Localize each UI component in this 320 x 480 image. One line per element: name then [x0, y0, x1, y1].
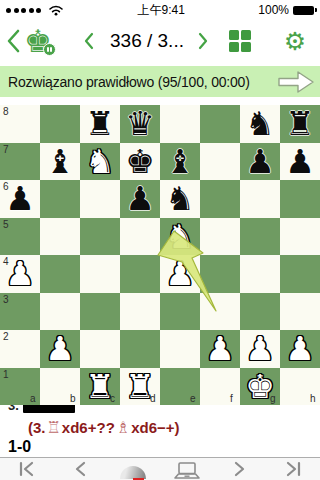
white-pawn-a4: ♟ — [5, 257, 35, 290]
square-f3[interactable] — [200, 293, 240, 331]
square-f6[interactable] — [200, 180, 240, 218]
white-pawn-e4: ♟ — [165, 257, 195, 290]
black-bishop-e7: ♝ — [165, 145, 195, 178]
square-g4[interactable] — [240, 255, 280, 293]
file-label-f: f — [230, 393, 233, 404]
square-d8[interactable]: ♛ — [120, 105, 160, 143]
square-b8[interactable] — [40, 105, 80, 143]
chevron-left-small-icon — [84, 32, 94, 50]
nav-bar: ♚ 336 / 3... ⚙ — [0, 20, 320, 62]
square-h8[interactable]: ♜ — [280, 105, 320, 143]
grid-icon — [229, 30, 252, 53]
square-e2[interactable] — [160, 330, 200, 368]
next-arrow-button[interactable] — [278, 70, 315, 94]
square-g8[interactable]: ♞ — [240, 105, 280, 143]
bishop-figurine-icon: ♗ — [115, 418, 131, 437]
signal-strength-icon — [6, 8, 41, 13]
board-area: ♜♛♞♜♝♞♚♝♟♟♟♟♞♞♟♟♟♟♟♟♜♜♚ 87654321abcdefgh — [0, 105, 320, 405]
square-e8[interactable] — [160, 105, 200, 143]
chess-king-logo-icon: ♚ — [24, 21, 52, 61]
rank-label-8: 8 — [3, 106, 9, 117]
white-knight-e5: ♞ — [165, 220, 195, 253]
clock: 上午9:41 — [137, 2, 184, 19]
square-d6[interactable]: ♟ — [120, 180, 160, 218]
game-result: 1-0 — [0, 438, 320, 457]
square-c2[interactable] — [80, 330, 120, 368]
square-c8[interactable]: ♜ — [80, 105, 120, 143]
bottom-toolbar — [0, 457, 320, 480]
move-number: 3. — [8, 405, 19, 413]
white-pawn-g2: ♟ — [245, 332, 275, 365]
back-button[interactable] — [4, 20, 22, 62]
square-f2[interactable]: ♟ — [200, 330, 240, 368]
square-g7[interactable]: ♟ — [240, 143, 280, 181]
rank-label-7: 7 — [3, 144, 9, 155]
square-g5[interactable] — [240, 218, 280, 256]
square-e5[interactable]: ♞ — [160, 218, 200, 256]
rank-label-3: 3 — [3, 294, 9, 305]
prev-puzzle-button[interactable] — [82, 20, 96, 62]
step-forward-icon — [234, 461, 246, 477]
step-back-icon — [74, 461, 86, 477]
selected-move-highlight[interactable] — [23, 405, 75, 413]
white-pawn-b2: ♟ — [45, 332, 75, 365]
square-e6[interactable]: ♞ — [160, 180, 200, 218]
puzzle-counter[interactable]: 336 / 3... — [98, 20, 196, 62]
engine-gauge-icon — [120, 466, 146, 479]
square-f8[interactable] — [200, 105, 240, 143]
black-knight-e6: ♞ — [165, 182, 195, 215]
rook-figurine-icon: ♖ — [46, 418, 62, 437]
variation-suffix: xd6−+) — [131, 419, 179, 436]
wifi-icon — [48, 4, 64, 16]
next-puzzle-button[interactable] — [196, 20, 210, 62]
square-c3[interactable] — [80, 293, 120, 331]
black-rook-c8: ♜ — [85, 107, 115, 140]
square-f1[interactable] — [200, 368, 240, 406]
move-list-clipped-row[interactable]: 3. — [0, 405, 320, 416]
square-h2[interactable]: ♟ — [280, 330, 320, 368]
rank-label-5: 5 — [3, 219, 9, 230]
square-e7[interactable]: ♝ — [160, 143, 200, 181]
square-f4[interactable] — [200, 255, 240, 293]
puzzle-list-button[interactable] — [227, 20, 253, 62]
black-pawn-d6: ♟ — [125, 182, 155, 215]
black-king-d7: ♚ — [125, 145, 155, 178]
square-d3[interactable] — [120, 293, 160, 331]
file-label-c: c — [110, 393, 115, 404]
square-h3[interactable] — [280, 293, 320, 331]
go-to-start-button[interactable] — [7, 458, 47, 480]
file-label-a: a — [30, 393, 36, 404]
black-pawn-a6: ♟ — [5, 182, 35, 215]
square-b3[interactable] — [40, 293, 80, 331]
file-label-h: h — [310, 393, 316, 404]
laptop-icon — [173, 462, 201, 480]
square-h4[interactable] — [280, 255, 320, 293]
square-b6[interactable] — [40, 180, 80, 218]
square-f5[interactable] — [200, 218, 240, 256]
step-forward-button[interactable] — [220, 458, 260, 480]
square-d5[interactable] — [120, 218, 160, 256]
settings-button[interactable]: ⚙ — [280, 20, 310, 62]
square-g6[interactable] — [240, 180, 280, 218]
black-pawn-g7: ♟ — [245, 145, 275, 178]
rank-label-4: 4 — [3, 256, 9, 267]
square-b7[interactable]: ♝ — [40, 143, 80, 181]
square-e3[interactable] — [160, 293, 200, 331]
go-to-end-button[interactable] — [273, 458, 313, 480]
rank-label-1: 1 — [3, 369, 9, 380]
chevron-right-small-icon — [198, 32, 208, 50]
file-label-e: e — [190, 393, 196, 404]
square-c4[interactable] — [80, 255, 120, 293]
black-queen-d8: ♛ — [125, 107, 155, 140]
chevron-left-icon — [7, 29, 20, 53]
step-back-button[interactable] — [60, 458, 100, 480]
square-e4[interactable]: ♟ — [160, 255, 200, 293]
square-d7[interactable]: ♚ — [120, 143, 160, 181]
square-b2[interactable]: ♟ — [40, 330, 80, 368]
status-banner: Rozwiązano prawidłowo (95/100, 00:00) — [0, 66, 320, 97]
square-d2[interactable] — [120, 330, 160, 368]
white-pawn-h2: ♟ — [285, 332, 315, 365]
file-label-b: b — [70, 393, 76, 404]
go-to-start-icon — [18, 461, 36, 477]
battery-percent: 100% — [258, 3, 289, 17]
black-bishop-b7: ♝ — [45, 145, 75, 178]
square-h5[interactable] — [280, 218, 320, 256]
chess-board[interactable]: ♜♛♞♜♝♞♚♝♟♟♟♟♞♞♟♟♟♟♟♟♜♜♚ — [0, 105, 320, 405]
black-rook-h8: ♜ — [285, 107, 315, 140]
black-knight-g8: ♞ — [245, 107, 275, 140]
square-c7[interactable]: ♞ — [80, 143, 120, 181]
square-b5[interactable] — [40, 218, 80, 256]
status-bar: 上午9:41 100% — [0, 0, 320, 20]
variation-prefix: (3. — [28, 419, 46, 436]
rank-label-6: 6 — [3, 181, 9, 192]
white-pawn-f2: ♟ — [205, 332, 235, 365]
square-g3[interactable] — [240, 293, 280, 331]
go-to-end-icon — [284, 461, 302, 477]
square-c5[interactable] — [80, 218, 120, 256]
square-g2[interactable]: ♟ — [240, 330, 280, 368]
black-pawn-h7: ♟ — [285, 145, 315, 178]
square-f7[interactable] — [200, 143, 240, 181]
square-b4[interactable] — [40, 255, 80, 293]
variation-line[interactable]: (3. ♖ xd6+?? ♗ xd6−+) — [0, 416, 320, 438]
rank-label-2: 2 — [3, 331, 9, 342]
square-d4[interactable] — [120, 255, 160, 293]
computer-play-button[interactable] — [167, 458, 207, 480]
file-label-g: g — [270, 393, 276, 404]
file-label-d: d — [150, 393, 156, 404]
white-knight-c7: ♞ — [85, 145, 115, 178]
variation-mid: xd6+?? — [62, 419, 115, 436]
banner-text: Rozwiązano prawidłowo (95/100, 00:00) — [8, 74, 278, 90]
battery-icon — [293, 6, 314, 15]
app-logo[interactable]: ♚ — [24, 20, 60, 62]
square-h7[interactable]: ♟ — [280, 143, 320, 181]
engine-gauge-button[interactable] — [113, 458, 153, 480]
square-c6[interactable] — [80, 180, 120, 218]
square-h6[interactable] — [280, 180, 320, 218]
